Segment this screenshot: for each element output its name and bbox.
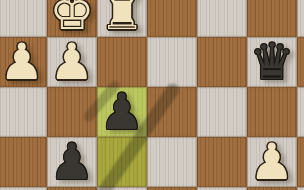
square-r0-c6[interactable] <box>297 0 304 37</box>
square-r0-c5[interactable] <box>247 0 297 37</box>
square-r1-c2[interactable] <box>97 37 147 87</box>
square-r4-c0[interactable] <box>0 187 47 190</box>
square-r3-c5[interactable]: ♟ <box>247 137 297 187</box>
square-r0-c1[interactable]: ♚ <box>47 0 97 37</box>
square-r4-c3[interactable] <box>147 187 197 190</box>
white-pawn[interactable]: ♟ <box>250 137 295 187</box>
square-r2-c1[interactable] <box>47 87 97 137</box>
black-pawn[interactable]: ♟ <box>50 137 95 187</box>
square-r1-c1[interactable]: ♟ <box>47 37 97 87</box>
square-r4-c6[interactable] <box>297 187 304 190</box>
square-r4-c2[interactable] <box>97 187 147 190</box>
square-r1-c0[interactable]: ♟ <box>0 37 47 87</box>
square-r0-c3[interactable] <box>147 0 197 37</box>
square-r4-c4[interactable] <box>197 187 247 190</box>
white-rook[interactable]: ♜ <box>100 0 145 37</box>
square-r3-c0[interactable] <box>0 137 47 187</box>
black-queen[interactable]: ♛ <box>250 37 295 87</box>
square-r2-c0[interactable] <box>0 87 47 137</box>
square-r3-c2-highlighted[interactable] <box>97 137 147 187</box>
square-r2-c5[interactable] <box>247 87 297 137</box>
square-r2-c6[interactable] <box>297 87 304 137</box>
square-r4-c5[interactable] <box>247 187 297 190</box>
square-r0-c2[interactable]: ♜ <box>97 0 147 37</box>
square-r1-c5[interactable]: ♛ <box>247 37 297 87</box>
white-pawn[interactable]: ♟ <box>0 37 44 87</box>
square-r0-c4[interactable] <box>197 0 247 37</box>
square-r1-c3[interactable] <box>147 37 197 87</box>
square-r2-c4[interactable] <box>197 87 247 137</box>
square-r2-c3[interactable] <box>147 87 197 137</box>
square-r3-c6[interactable] <box>297 137 304 187</box>
chess-board[interactable]: ♚♜♟♟♛♟♟♟ <box>0 0 304 190</box>
square-r3-c4[interactable] <box>197 137 247 187</box>
white-pawn[interactable]: ♟ <box>50 37 95 87</box>
black-pawn[interactable]: ♟ <box>100 87 145 137</box>
board-viewport: ♚♜♟♟♛♟♟♟ <box>0 0 304 190</box>
square-r3-c1[interactable]: ♟ <box>47 137 97 187</box>
square-r2-c2-highlighted[interactable]: ♟ <box>97 87 147 137</box>
white-king[interactable]: ♚ <box>50 0 95 37</box>
square-r0-c0[interactable] <box>0 0 47 37</box>
square-r1-c6[interactable] <box>297 37 304 87</box>
square-r1-c4[interactable] <box>197 37 247 87</box>
square-r3-c3[interactable] <box>147 137 197 187</box>
square-r4-c1[interactable] <box>47 187 97 190</box>
